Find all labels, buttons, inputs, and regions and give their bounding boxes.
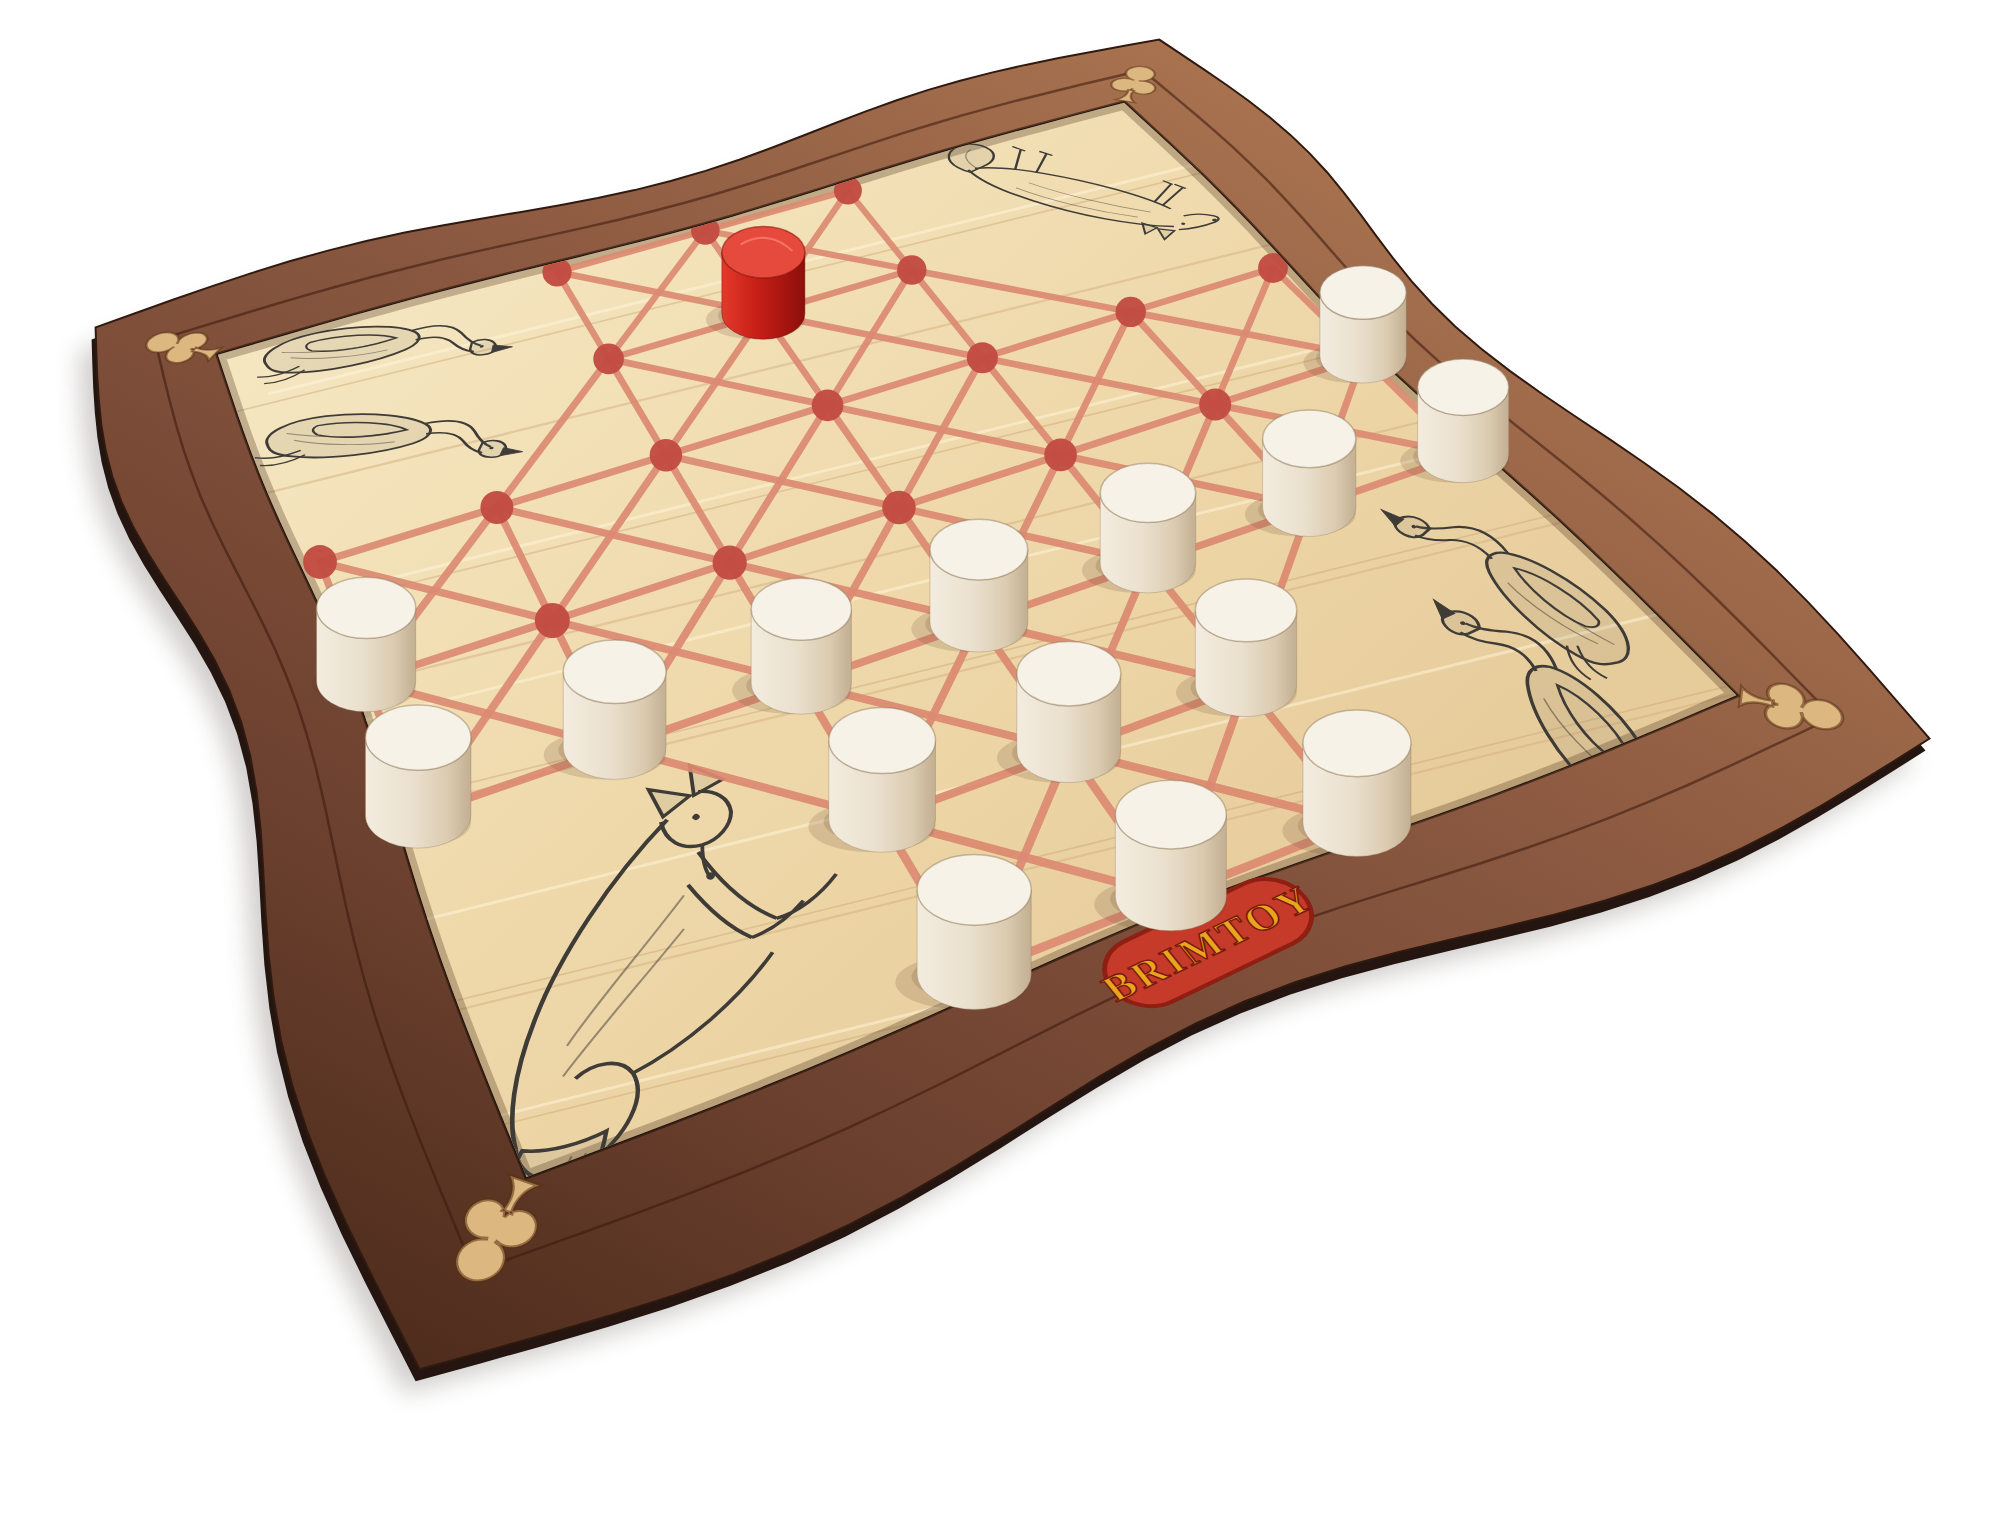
photo-stage: BRIMTOY: [0, 0, 2000, 1535]
grid-point: [967, 342, 998, 373]
grid-point: [480, 491, 513, 524]
grid-point: [713, 546, 747, 580]
grid-point: [303, 545, 337, 579]
grid-point: [650, 439, 682, 471]
grid-point: [882, 491, 915, 524]
grid-point: [1044, 439, 1077, 472]
grid-point: [593, 344, 624, 375]
fox-and-geese-board: BRIMTOY: [0, 0, 2000, 1535]
grid-point: [1199, 389, 1231, 421]
grid-point: [897, 255, 926, 284]
grid-point: [535, 603, 570, 638]
grid-point: [812, 390, 844, 422]
grid-point: [1116, 297, 1146, 327]
